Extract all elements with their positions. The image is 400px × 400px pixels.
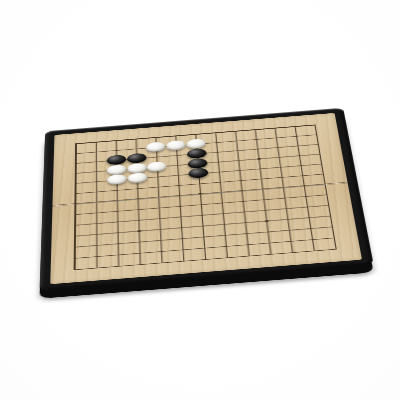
stone-black[interactable] xyxy=(187,148,207,159)
stone-white[interactable] xyxy=(147,161,167,172)
go-board-photo xyxy=(0,0,400,400)
star-point xyxy=(137,230,141,232)
stone-white[interactable] xyxy=(166,140,186,151)
stone-white[interactable] xyxy=(146,141,166,152)
stone-black[interactable] xyxy=(106,154,126,165)
stone-white[interactable] xyxy=(107,164,127,175)
stone-white[interactable] xyxy=(107,174,127,185)
stone-black[interactable] xyxy=(187,158,207,169)
board-surface xyxy=(50,113,362,284)
star-point xyxy=(256,158,260,160)
stone-black[interactable] xyxy=(188,168,208,179)
star-point xyxy=(264,220,268,222)
star-point xyxy=(198,193,202,195)
stone-white[interactable] xyxy=(127,172,147,183)
stone-white[interactable] xyxy=(186,138,206,149)
goban-grid[interactable] xyxy=(74,124,337,270)
stone-white[interactable] xyxy=(127,162,147,173)
board-frame xyxy=(40,108,374,291)
stone-black[interactable] xyxy=(127,153,147,164)
